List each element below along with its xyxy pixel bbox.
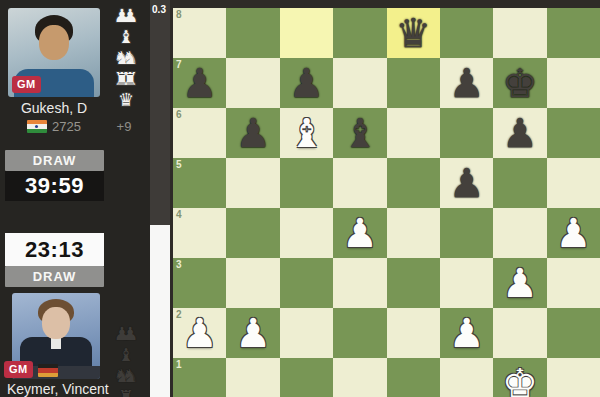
square-d3[interactable] <box>333 258 386 308</box>
square-g7[interactable]: ♚ <box>493 58 546 108</box>
square-f4[interactable] <box>440 208 493 258</box>
square-h3[interactable] <box>547 258 600 308</box>
square-e4[interactable] <box>387 208 440 258</box>
square-g8[interactable] <box>493 8 546 58</box>
square-a8[interactable]: 8 <box>173 8 226 58</box>
player-top-rating-row: 2725 <box>0 119 108 134</box>
square-c4[interactable] <box>280 208 333 258</box>
black-pawn-b6[interactable]: ♟ <box>235 108 271 158</box>
clock-top-black: 39:59 <box>5 171 104 201</box>
rank-label-2: 2 <box>176 309 182 320</box>
square-f7[interactable]: ♟ <box>440 58 493 108</box>
draw-button-top[interactable]: DRAW <box>5 150 104 171</box>
black-pawn-f5[interactable]: ♟ <box>449 158 485 208</box>
square-h2[interactable] <box>547 308 600 358</box>
white-bishop-c6[interactable]: ♝ <box>289 108 325 158</box>
player-bottom-photo: GM <box>12 293 100 379</box>
captured-piece-row: ♟♟ <box>104 323 144 344</box>
square-f2[interactable]: ♟ <box>440 308 493 358</box>
eval-bar-white-portion <box>150 225 170 397</box>
black-pawn-c7[interactable]: ♟ <box>289 58 325 108</box>
chess-broadcast-window: GM Gukesh, D 2725 DRAW 39:59 23:13 DRAW … <box>0 0 600 397</box>
clock-bottom-white: 23:13 <box>5 233 104 266</box>
square-c2[interactable] <box>280 308 333 358</box>
square-f6[interactable] <box>440 108 493 158</box>
captured-white-pieces-queue: ♟♟♝♞♞♜♜♛ <box>104 5 144 110</box>
board-container: 8♛7♟♟♟♚6♟♝♝♟5♟4♟♟3♟2♟♟♟1♚ <box>170 0 600 397</box>
square-h6[interactable] <box>547 108 600 158</box>
captured-piece-row: ♝ <box>104 26 144 47</box>
square-a5[interactable]: 5 <box>173 158 226 208</box>
rank-label-1: 1 <box>176 359 182 370</box>
square-g2[interactable] <box>493 308 546 358</box>
square-h7[interactable] <box>547 58 600 108</box>
square-a2[interactable]: 2♟ <box>173 308 226 358</box>
black-pawn-f7[interactable]: ♟ <box>449 58 485 108</box>
black-pawn-g6[interactable]: ♟ <box>502 108 538 158</box>
square-g3[interactable]: ♟ <box>493 258 546 308</box>
square-e6[interactable] <box>387 108 440 158</box>
square-g4[interactable] <box>493 208 546 258</box>
square-b2[interactable]: ♟ <box>226 308 279 358</box>
captured-piece-row: ♝ <box>104 344 144 365</box>
rank-label-4: 4 <box>176 209 182 220</box>
white-pawn-f2[interactable]: ♟ <box>449 308 485 358</box>
square-g1[interactable]: ♚ <box>493 358 546 397</box>
captured-piece-row: ♞♞ <box>104 47 144 68</box>
black-queen-e8[interactable]: ♛ <box>395 8 431 58</box>
sidebar: GM Gukesh, D 2725 DRAW 39:59 23:13 DRAW … <box>0 0 150 397</box>
square-b5[interactable] <box>226 158 279 208</box>
square-d7[interactable] <box>333 58 386 108</box>
square-f5[interactable]: ♟ <box>440 158 493 208</box>
square-b8[interactable] <box>226 8 279 58</box>
square-e2[interactable] <box>387 308 440 358</box>
square-e7[interactable] <box>387 58 440 108</box>
square-e3[interactable] <box>387 258 440 308</box>
rank-label-3: 3 <box>176 259 182 270</box>
square-f3[interactable] <box>440 258 493 308</box>
square-c1[interactable] <box>280 358 333 397</box>
white-pawn-d4[interactable]: ♟ <box>342 208 378 258</box>
square-b6[interactable]: ♟ <box>226 108 279 158</box>
white-king-g1[interactable]: ♚ <box>502 358 538 397</box>
player-top-photo: GM <box>8 8 100 97</box>
square-g5[interactable] <box>493 158 546 208</box>
white-pawn-a2[interactable]: ♟ <box>182 308 218 358</box>
rank-label-8: 8 <box>176 9 182 20</box>
square-d6[interactable]: ♝ <box>333 108 386 158</box>
square-h4[interactable]: ♟ <box>547 208 600 258</box>
square-d5[interactable] <box>333 158 386 208</box>
square-a7[interactable]: 7♟ <box>173 58 226 108</box>
square-c8[interactable] <box>280 8 333 58</box>
captured-piece-row: ♛ <box>104 89 144 110</box>
rank-label-5: 5 <box>176 159 182 170</box>
square-h1[interactable] <box>547 358 600 397</box>
rank-label-7: 7 <box>176 59 182 70</box>
square-d4[interactable]: ♟ <box>333 208 386 258</box>
black-bishop-d6[interactable]: ♝ <box>342 108 378 158</box>
square-c7[interactable]: ♟ <box>280 58 333 108</box>
square-c6[interactable]: ♝ <box>280 108 333 158</box>
square-c5[interactable] <box>280 158 333 208</box>
white-pawn-g3[interactable]: ♟ <box>502 258 538 308</box>
captured-piece-row: ♞♞ <box>104 365 144 386</box>
square-h5[interactable] <box>547 158 600 208</box>
rank-label-6: 6 <box>176 109 182 120</box>
black-pawn-a7[interactable]: ♟ <box>182 58 218 108</box>
square-a3[interactable]: 3 <box>173 258 226 308</box>
eval-bar: 0.3 <box>150 0 170 397</box>
gm-badge-bottom: GM <box>4 361 33 378</box>
square-b4[interactable] <box>226 208 279 258</box>
square-b7[interactable] <box>226 58 279 108</box>
chess-board: 8♛7♟♟♟♚6♟♝♝♟5♟4♟♟3♟2♟♟♟1♚ <box>173 8 600 397</box>
square-e5[interactable] <box>387 158 440 208</box>
captured-piece-row: ♜ <box>104 386 144 397</box>
captured-piece-row: ♜♜ <box>104 68 144 89</box>
player-top-name: Gukesh, D <box>0 100 108 116</box>
white-pawn-h4[interactable]: ♟ <box>555 208 591 258</box>
material-advantage: +9 <box>104 119 144 134</box>
square-e1[interactable] <box>387 358 440 397</box>
square-a4[interactable]: 4 <box>173 208 226 258</box>
square-d1[interactable] <box>333 358 386 397</box>
germany-flag-icon <box>38 364 58 377</box>
square-f1[interactable] <box>440 358 493 397</box>
captured-piece-row: ♟♟ <box>104 5 144 26</box>
black-king-g7[interactable]: ♚ <box>502 58 538 108</box>
square-b3[interactable] <box>226 258 279 308</box>
draw-button-bottom[interactable]: DRAW <box>5 266 104 287</box>
white-pawn-b2[interactable]: ♟ <box>235 308 271 358</box>
player-bottom-name: Keymer, Vincent <box>7 381 172 397</box>
square-h8[interactable] <box>547 8 600 58</box>
square-f8[interactable] <box>440 8 493 58</box>
square-g6[interactable]: ♟ <box>493 108 546 158</box>
square-a6[interactable]: 6 <box>173 108 226 158</box>
square-d8[interactable] <box>333 8 386 58</box>
square-e8[interactable]: ♛ <box>387 8 440 58</box>
captured-black-pieces-queue: ♟♟♝♞♞♜ <box>104 323 144 397</box>
player-top-rating: 2725 <box>52 119 81 134</box>
gm-badge-top: GM <box>12 76 41 93</box>
square-d2[interactable] <box>333 308 386 358</box>
square-c3[interactable] <box>280 258 333 308</box>
square-b1[interactable] <box>226 358 279 397</box>
square-a1[interactable]: 1 <box>173 358 226 397</box>
india-flag-icon <box>27 120 47 133</box>
